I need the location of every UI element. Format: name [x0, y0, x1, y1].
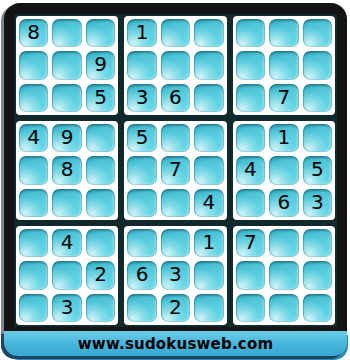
cell-r8c3[interactable]: 2 — [86, 261, 115, 289]
cell-r1c8[interactable] — [269, 19, 298, 47]
cell-r7c8[interactable] — [269, 229, 298, 257]
sudoku-box-6: 14563 — [233, 121, 335, 220]
cell-digit: 5 — [94, 87, 107, 107]
cell-r7c2[interactable]: 4 — [52, 229, 81, 257]
cell-r5c6[interactable] — [194, 156, 223, 184]
cell-digit: 3 — [169, 264, 182, 284]
cell-r5c9[interactable]: 5 — [303, 156, 332, 184]
cell-r9c3[interactable] — [86, 294, 115, 322]
cell-r9c2[interactable]: 3 — [52, 294, 81, 322]
cell-r5c8[interactable] — [269, 156, 298, 184]
cell-r4c1[interactable]: 4 — [19, 124, 48, 152]
cell-r9c7[interactable] — [236, 294, 265, 322]
cell-r4c8[interactable]: 1 — [269, 124, 298, 152]
cell-digit: 9 — [61, 127, 74, 147]
cell-digit: 2 — [94, 264, 107, 284]
cell-r8c8[interactable] — [269, 261, 298, 289]
cell-r3c7[interactable] — [236, 84, 265, 112]
cell-r5c5[interactable]: 7 — [161, 156, 190, 184]
cell-r6c2[interactable] — [52, 189, 81, 217]
cell-r2c3[interactable]: 9 — [86, 51, 115, 79]
sudoku-box-2: 136 — [124, 16, 226, 115]
cell-digit: 6 — [169, 87, 182, 107]
cell-r8c6[interactable] — [194, 261, 223, 289]
cell-digit: 6 — [136, 264, 149, 284]
cell-digit: 1 — [203, 232, 216, 252]
cell-r1c9[interactable] — [303, 19, 332, 47]
cell-r3c2[interactable] — [52, 84, 81, 112]
cell-digit: 3 — [61, 297, 74, 317]
cell-r5c1[interactable] — [19, 156, 48, 184]
cell-r5c7[interactable]: 4 — [236, 156, 265, 184]
cell-r2c9[interactable] — [303, 51, 332, 79]
cell-digit: 9 — [94, 54, 107, 74]
cell-digit: 8 — [61, 159, 74, 179]
sudoku-box-7: 423 — [16, 226, 118, 325]
cell-r7c7[interactable]: 7 — [236, 229, 265, 257]
cell-digit: 3 — [136, 87, 149, 107]
cell-r6c9[interactable]: 3 — [303, 189, 332, 217]
cell-digit: 5 — [136, 127, 149, 147]
cell-r6c1[interactable] — [19, 189, 48, 217]
cell-r2c7[interactable] — [236, 51, 265, 79]
cell-r1c6[interactable] — [194, 19, 223, 47]
cell-r5c4[interactable] — [127, 156, 156, 184]
cell-digit: 3 — [311, 192, 324, 212]
board-frame: 89513674985741456342316327 www.sudokuswe… — [4, 3, 347, 356]
sudoku-app: 89513674985741456342316327 www.sudokuswe… — [0, 0, 350, 360]
cell-r5c3[interactable] — [86, 156, 115, 184]
cell-r4c2[interactable]: 9 — [52, 124, 81, 152]
cell-r4c5[interactable] — [161, 124, 190, 152]
cell-digit: 8 — [27, 22, 40, 42]
cell-r7c9[interactable] — [303, 229, 332, 257]
cell-digit: 4 — [61, 232, 74, 252]
cell-digit: 4 — [244, 159, 257, 179]
cell-r4c9[interactable] — [303, 124, 332, 152]
cell-digit: 1 — [136, 22, 149, 42]
cell-r4c7[interactable] — [236, 124, 265, 152]
cell-r3c9[interactable] — [303, 84, 332, 112]
cell-r6c6[interactable]: 4 — [194, 189, 223, 217]
cell-r9c5[interactable]: 2 — [161, 294, 190, 322]
cell-r8c2[interactable] — [52, 261, 81, 289]
cell-digit: 4 — [27, 127, 40, 147]
sudoku-box-8: 1632 — [124, 226, 226, 325]
cell-r2c1[interactable] — [19, 51, 48, 79]
cell-digit: 5 — [311, 159, 324, 179]
cell-r3c6[interactable] — [194, 84, 223, 112]
cell-r4c6[interactable] — [194, 124, 223, 152]
cell-r2c4[interactable] — [127, 51, 156, 79]
cell-r7c4[interactable] — [127, 229, 156, 257]
cell-digit: 4 — [203, 192, 216, 212]
cell-r9c8[interactable] — [269, 294, 298, 322]
cell-r7c3[interactable] — [86, 229, 115, 257]
cell-r8c5[interactable]: 3 — [161, 261, 190, 289]
sudoku-box-9: 7 — [233, 226, 335, 325]
cell-r6c4[interactable] — [127, 189, 156, 217]
cell-r3c1[interactable] — [19, 84, 48, 112]
cell-r7c5[interactable] — [161, 229, 190, 257]
cell-r1c7[interactable] — [236, 19, 265, 47]
cell-r2c2[interactable] — [52, 51, 81, 79]
cell-r2c8[interactable] — [269, 51, 298, 79]
cell-r8c9[interactable] — [303, 261, 332, 289]
cell-r7c6[interactable]: 1 — [194, 229, 223, 257]
cell-r6c5[interactable] — [161, 189, 190, 217]
cell-r6c7[interactable] — [236, 189, 265, 217]
cell-r3c3[interactable]: 5 — [86, 84, 115, 112]
website-link[interactable]: www.sudokusweb.com — [78, 335, 273, 353]
cell-digit: 7 — [169, 159, 182, 179]
cell-digit: 2 — [169, 297, 182, 317]
cell-r1c4[interactable]: 1 — [127, 19, 156, 47]
cell-r1c5[interactable] — [161, 19, 190, 47]
cell-r1c2[interactable] — [52, 19, 81, 47]
cell-r8c1[interactable] — [19, 261, 48, 289]
cell-r9c6[interactable] — [194, 294, 223, 322]
cell-digit: 7 — [244, 232, 257, 252]
cell-r1c3[interactable] — [86, 19, 115, 47]
cell-digit: 6 — [277, 192, 290, 212]
board-frame-inner: 89513674985741456342316327 — [4, 3, 347, 331]
cell-r1c1[interactable]: 8 — [19, 19, 48, 47]
cell-r9c9[interactable] — [303, 294, 332, 322]
cell-r3c4[interactable]: 3 — [127, 84, 156, 112]
sudoku-box-5: 574 — [124, 121, 226, 220]
sudoku-box-1: 895 — [16, 16, 118, 115]
sudoku-board: 89513674985741456342316327 — [14, 14, 337, 327]
cell-r2c5[interactable] — [161, 51, 190, 79]
sudoku-box-3: 7 — [233, 16, 335, 115]
cell-r6c3[interactable] — [86, 189, 115, 217]
sudoku-box-4: 498 — [16, 121, 118, 220]
cell-r2c6[interactable] — [194, 51, 223, 79]
cell-r4c4[interactable]: 5 — [127, 124, 156, 152]
cell-r8c7[interactable] — [236, 261, 265, 289]
cell-r4c3[interactable] — [86, 124, 115, 152]
footer-bar: www.sudokusweb.com — [4, 331, 347, 356]
cell-r3c8[interactable]: 7 — [269, 84, 298, 112]
cell-r9c4[interactable] — [127, 294, 156, 322]
cell-digit: 7 — [277, 87, 290, 107]
cell-digit: 1 — [277, 127, 290, 147]
cell-r7c1[interactable] — [19, 229, 48, 257]
cell-r6c8[interactable]: 6 — [269, 189, 298, 217]
cell-r9c1[interactable] — [19, 294, 48, 322]
cell-r8c4[interactable]: 6 — [127, 261, 156, 289]
cell-r5c2[interactable]: 8 — [52, 156, 81, 184]
cell-r3c5[interactable]: 6 — [161, 84, 190, 112]
